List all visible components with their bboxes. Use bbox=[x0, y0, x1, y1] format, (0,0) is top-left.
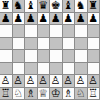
black-rook-icon: ♜ bbox=[1, 0, 11, 11]
white-pawn-icon: ♙ bbox=[13, 75, 23, 86]
square-b2[interactable]: ♙ bbox=[13, 75, 25, 87]
white-bishop-icon: ♗ bbox=[63, 88, 73, 99]
black-knight-icon: ♞ bbox=[13, 0, 23, 11]
black-pawn-icon: ♟ bbox=[76, 13, 86, 24]
white-pawn-icon: ♙ bbox=[51, 75, 61, 86]
square-f1[interactable]: ♗ bbox=[63, 88, 75, 100]
square-c8[interactable]: ♝ bbox=[25, 0, 37, 12]
square-h2[interactable]: ♙ bbox=[88, 75, 100, 87]
black-pawn-icon: ♟ bbox=[88, 13, 98, 24]
square-b5[interactable] bbox=[13, 38, 25, 50]
white-knight-icon: ♘ bbox=[76, 88, 86, 99]
square-e7[interactable]: ♟ bbox=[50, 13, 62, 25]
square-a5[interactable] bbox=[0, 38, 12, 50]
black-pawn-icon: ♟ bbox=[26, 13, 36, 24]
square-f8[interactable]: ♝ bbox=[63, 0, 75, 12]
square-a7[interactable]: ♟ bbox=[0, 13, 12, 25]
black-pawn-icon: ♟ bbox=[1, 13, 11, 24]
square-g7[interactable]: ♟ bbox=[75, 13, 87, 25]
black-pawn-icon: ♟ bbox=[63, 13, 73, 24]
square-a1[interactable]: ♖ bbox=[0, 88, 12, 100]
square-g6[interactable] bbox=[75, 25, 87, 37]
black-bishop-icon: ♝ bbox=[63, 0, 73, 11]
square-g2[interactable]: ♙ bbox=[75, 75, 87, 87]
white-knight-icon: ♘ bbox=[13, 88, 23, 99]
black-pawn-icon: ♟ bbox=[13, 13, 23, 24]
square-e5[interactable] bbox=[50, 38, 62, 50]
black-rook-icon: ♜ bbox=[88, 0, 98, 11]
square-h3[interactable] bbox=[88, 63, 100, 75]
square-a2[interactable]: ♙ bbox=[0, 75, 12, 87]
white-pawn-icon: ♙ bbox=[38, 75, 48, 86]
square-d3[interactable] bbox=[38, 63, 50, 75]
black-pawn-icon: ♟ bbox=[38, 13, 48, 24]
black-knight-icon: ♞ bbox=[76, 0, 86, 11]
black-queen-icon: ♛ bbox=[38, 0, 48, 11]
white-rook-icon: ♖ bbox=[1, 88, 11, 99]
square-d4[interactable] bbox=[38, 50, 50, 62]
white-pawn-icon: ♙ bbox=[88, 75, 98, 86]
square-b7[interactable]: ♟ bbox=[13, 13, 25, 25]
square-f4[interactable] bbox=[63, 50, 75, 62]
square-h6[interactable] bbox=[88, 25, 100, 37]
square-h5[interactable] bbox=[88, 38, 100, 50]
square-c5[interactable] bbox=[25, 38, 37, 50]
square-c1[interactable]: ♗ bbox=[25, 88, 37, 100]
square-b1[interactable]: ♘ bbox=[13, 88, 25, 100]
square-h4[interactable] bbox=[88, 50, 100, 62]
square-f7[interactable]: ♟ bbox=[63, 13, 75, 25]
square-b8[interactable]: ♞ bbox=[13, 0, 25, 12]
black-bishop-icon: ♝ bbox=[26, 0, 36, 11]
black-king-icon: ♚ bbox=[51, 0, 61, 11]
square-g3[interactable] bbox=[75, 63, 87, 75]
square-b3[interactable] bbox=[13, 63, 25, 75]
square-c2[interactable]: ♙ bbox=[25, 75, 37, 87]
white-rook-icon: ♖ bbox=[88, 88, 98, 99]
square-g4[interactable] bbox=[75, 50, 87, 62]
square-e2[interactable]: ♙ bbox=[50, 75, 62, 87]
square-f6[interactable] bbox=[63, 25, 75, 37]
square-g8[interactable]: ♞ bbox=[75, 0, 87, 12]
square-e8[interactable]: ♚ bbox=[50, 0, 62, 12]
white-queen-icon: ♕ bbox=[38, 88, 48, 99]
white-pawn-icon: ♙ bbox=[76, 75, 86, 86]
square-d8[interactable]: ♛ bbox=[38, 0, 50, 12]
square-c7[interactable]: ♟ bbox=[25, 13, 37, 25]
square-a8[interactable]: ♜ bbox=[0, 0, 12, 12]
white-pawn-icon: ♙ bbox=[63, 75, 73, 86]
white-king-icon: ♔ bbox=[51, 88, 61, 99]
square-a6[interactable] bbox=[0, 25, 12, 37]
square-c4[interactable] bbox=[25, 50, 37, 62]
square-e6[interactable] bbox=[50, 25, 62, 37]
square-e3[interactable] bbox=[50, 63, 62, 75]
square-f2[interactable]: ♙ bbox=[63, 75, 75, 87]
square-h7[interactable]: ♟ bbox=[88, 13, 100, 25]
square-b4[interactable] bbox=[13, 50, 25, 62]
square-d1[interactable]: ♕ bbox=[38, 88, 50, 100]
square-c6[interactable] bbox=[25, 25, 37, 37]
square-e4[interactable] bbox=[50, 50, 62, 62]
square-g1[interactable]: ♘ bbox=[75, 88, 87, 100]
square-d5[interactable] bbox=[38, 38, 50, 50]
square-b6[interactable] bbox=[13, 25, 25, 37]
square-g5[interactable] bbox=[75, 38, 87, 50]
square-a3[interactable] bbox=[0, 63, 12, 75]
white-pawn-icon: ♙ bbox=[26, 75, 36, 86]
square-d6[interactable] bbox=[38, 25, 50, 37]
square-d7[interactable]: ♟ bbox=[38, 13, 50, 25]
white-pawn-icon: ♙ bbox=[1, 75, 11, 86]
square-c3[interactable] bbox=[25, 63, 37, 75]
square-a4[interactable] bbox=[0, 50, 12, 62]
square-h1[interactable]: ♖ bbox=[88, 88, 100, 100]
white-bishop-icon: ♗ bbox=[26, 88, 36, 99]
square-f3[interactable] bbox=[63, 63, 75, 75]
black-pawn-icon: ♟ bbox=[51, 13, 61, 24]
square-e1[interactable]: ♔ bbox=[50, 88, 62, 100]
square-f5[interactable] bbox=[63, 38, 75, 50]
square-d2[interactable]: ♙ bbox=[38, 75, 50, 87]
square-h8[interactable]: ♜ bbox=[88, 0, 100, 12]
chess-board: ♜♞♝♛♚♝♞♜♟♟♟♟♟♟♟♟♙♙♙♙♙♙♙♙♖♘♗♕♔♗♘♖ bbox=[0, 0, 100, 100]
